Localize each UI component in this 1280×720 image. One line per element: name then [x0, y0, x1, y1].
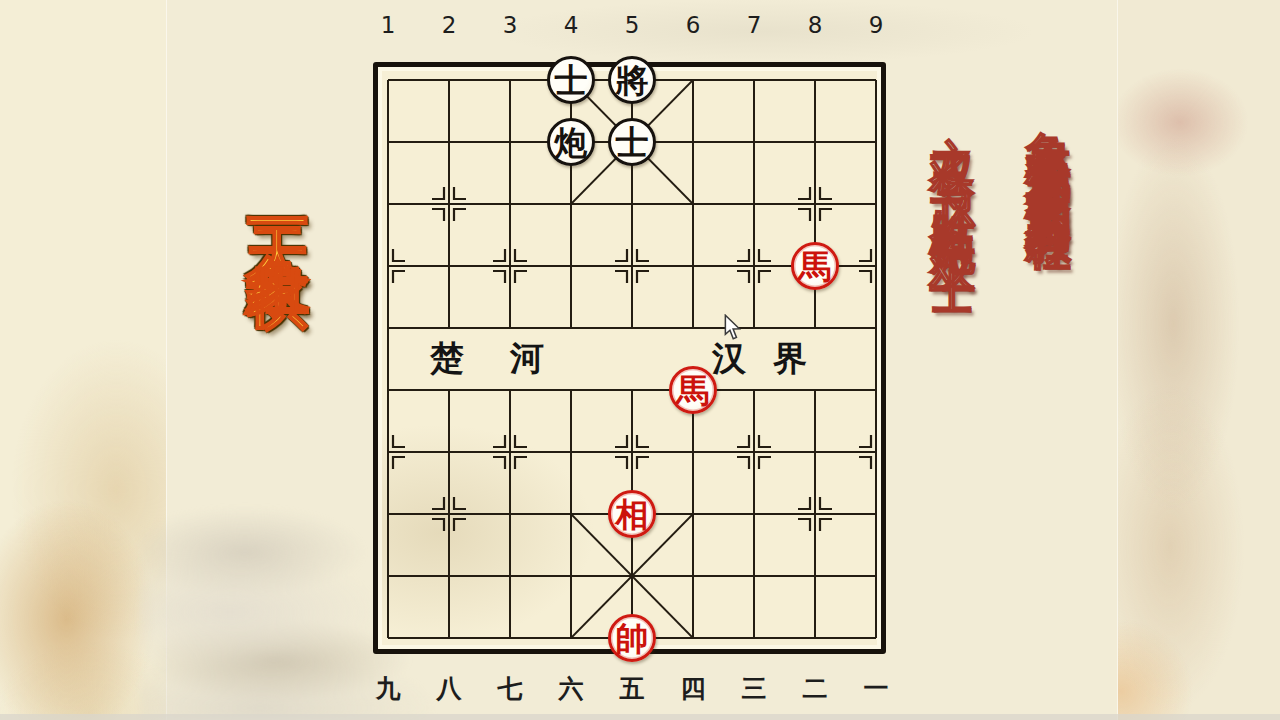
red-horse[interactable]: 馬	[669, 366, 717, 414]
intersection-8-2[interactable]	[785, 173, 846, 235]
intersection-3-2[interactable]	[480, 173, 541, 235]
intersection-4-7[interactable]	[541, 483, 602, 545]
intersection-9-2[interactable]	[846, 173, 907, 235]
intersection-8-6[interactable]	[785, 421, 846, 483]
intersection-5-3[interactable]	[602, 235, 663, 297]
intersection-8-9[interactable]	[785, 607, 846, 669]
piece-glyph: 士	[616, 127, 649, 160]
screen: 123456789 九八七六五四三二一 楚河 汉界 士 將 炮 士 馬 馬 相 …	[0, 0, 1280, 720]
lesson-subtitle: 之双马必胜炮双士	[922, 100, 982, 252]
piece-glyph: 帥	[616, 623, 649, 656]
intersection-7-2[interactable]	[724, 173, 785, 235]
intersection-9-0[interactable]	[846, 49, 907, 111]
intersection-2-2[interactable]	[419, 173, 480, 235]
intersection-2-1[interactable]	[419, 111, 480, 173]
intersection-4-9[interactable]	[541, 607, 602, 669]
bottom-coordinate-一: 一	[856, 672, 896, 705]
intersection-9-5[interactable]	[846, 359, 907, 421]
intersection-7-6[interactable]	[724, 421, 785, 483]
piece-glyph: 炮	[555, 127, 588, 160]
intersection-5-8[interactable]	[602, 545, 663, 607]
black-cannon[interactable]: 炮	[547, 118, 595, 166]
intersection-9-8[interactable]	[846, 545, 907, 607]
channel-title: 天一象棋	[234, 176, 321, 228]
intersection-7-0[interactable]	[724, 49, 785, 111]
intersection-3-9[interactable]	[480, 607, 541, 669]
intersection-6-2[interactable]	[663, 173, 724, 235]
intersection-9-3[interactable]	[846, 235, 907, 297]
intersection-5-6[interactable]	[602, 421, 663, 483]
intersection-1-3[interactable]	[358, 235, 419, 297]
intersection-6-7[interactable]	[663, 483, 724, 545]
intersection-7-9[interactable]	[724, 607, 785, 669]
top-coordinate-9: 9	[856, 12, 896, 38]
intersection-8-1[interactable]	[785, 111, 846, 173]
piece-glyph: 馬	[799, 251, 832, 284]
intersection-8-7[interactable]	[785, 483, 846, 545]
bottom-coordinate-四: 四	[673, 672, 713, 705]
red-horse[interactable]: 馬	[791, 242, 839, 290]
intersection-1-4[interactable]	[358, 297, 419, 359]
intersection-3-0[interactable]	[480, 49, 541, 111]
intersection-1-0[interactable]	[358, 49, 419, 111]
black-general[interactable]: 將	[608, 56, 656, 104]
intersection-3-6[interactable]	[480, 421, 541, 483]
intersection-1-2[interactable]	[358, 173, 419, 235]
black-advisor[interactable]: 士	[608, 118, 656, 166]
bottom-edge-strip	[0, 714, 1280, 720]
intersection-9-4[interactable]	[846, 297, 907, 359]
piece-glyph: 將	[616, 65, 649, 98]
intersection-7-1[interactable]	[724, 111, 785, 173]
intersection-3-3[interactable]	[480, 235, 541, 297]
intersection-3-1[interactable]	[480, 111, 541, 173]
intersection-9-6[interactable]	[846, 421, 907, 483]
intersection-1-6[interactable]	[358, 421, 419, 483]
red-general[interactable]: 帥	[608, 614, 656, 662]
bottom-coordinate-五: 五	[612, 672, 652, 705]
series-title: 象棋残局基础系列教程	[1018, 96, 1078, 206]
piece-glyph: 士	[555, 65, 588, 98]
mouse-cursor-icon	[723, 314, 743, 346]
intersection-2-3[interactable]	[419, 235, 480, 297]
blurred-right-band	[1117, 0, 1280, 720]
intersection-3-7[interactable]	[480, 483, 541, 545]
piece-glyph: 馬	[677, 375, 710, 408]
intersection-3-8[interactable]	[480, 545, 541, 607]
bottom-coordinate-八: 八	[429, 672, 469, 705]
xiangqi-board[interactable]: 楚河 汉界 士 將 炮 士 馬 馬 相 帥	[373, 62, 886, 654]
top-coordinate-7: 7	[734, 12, 774, 38]
intersection-5-2[interactable]	[602, 173, 663, 235]
bottom-coordinate-九: 九	[368, 672, 408, 705]
intersection-8-8[interactable]	[785, 545, 846, 607]
bottom-coordinate-七: 七	[490, 672, 530, 705]
intersection-4-2[interactable]	[541, 173, 602, 235]
intersection-1-8[interactable]	[358, 545, 419, 607]
intersection-2-7[interactable]	[419, 483, 480, 545]
top-coordinate-2: 2	[429, 12, 469, 38]
intersection-4-8[interactable]	[541, 545, 602, 607]
intersection-2-0[interactable]	[419, 49, 480, 111]
red-elephant[interactable]: 相	[608, 490, 656, 538]
intersection-1-5[interactable]	[358, 359, 419, 421]
river-label-chu-he: 楚河	[430, 328, 590, 390]
intersection-2-8[interactable]	[419, 545, 480, 607]
intersection-7-3[interactable]	[724, 235, 785, 297]
intersection-5-4[interactable]	[602, 297, 663, 359]
intersection-6-3[interactable]	[663, 235, 724, 297]
top-coordinate-3: 3	[490, 12, 530, 38]
bottom-coordinate-六: 六	[551, 672, 591, 705]
bottom-coordinate-三: 三	[734, 672, 774, 705]
bottom-coordinate-二: 二	[795, 672, 835, 705]
intersection-7-8[interactable]	[724, 545, 785, 607]
top-coordinate-6: 6	[673, 12, 713, 38]
intersection-8-0[interactable]	[785, 49, 846, 111]
intersection-6-8[interactable]	[663, 545, 724, 607]
intersection-9-7[interactable]	[846, 483, 907, 545]
top-coordinate-8: 8	[795, 12, 835, 38]
intersection-1-7[interactable]	[358, 483, 419, 545]
intersection-1-1[interactable]	[358, 111, 419, 173]
intersection-6-1[interactable]	[663, 111, 724, 173]
intersection-4-3[interactable]	[541, 235, 602, 297]
intersection-5-5[interactable]	[602, 359, 663, 421]
intersection-6-9[interactable]	[663, 607, 724, 669]
intersection-6-6[interactable]	[663, 421, 724, 483]
black-advisor[interactable]: 士	[547, 56, 595, 104]
intersection-4-6[interactable]	[541, 421, 602, 483]
intersection-1-9[interactable]	[358, 607, 419, 669]
top-coordinate-1: 1	[368, 12, 408, 38]
intersection-2-9[interactable]	[419, 607, 480, 669]
intersection-9-1[interactable]	[846, 111, 907, 173]
top-coordinate-4: 4	[551, 12, 591, 38]
piece-glyph: 相	[616, 499, 649, 532]
intersection-2-6[interactable]	[419, 421, 480, 483]
intersection-7-7[interactable]	[724, 483, 785, 545]
top-coordinate-5: 5	[612, 12, 652, 38]
intersection-9-9[interactable]	[846, 607, 907, 669]
intersection-6-0[interactable]	[663, 49, 724, 111]
